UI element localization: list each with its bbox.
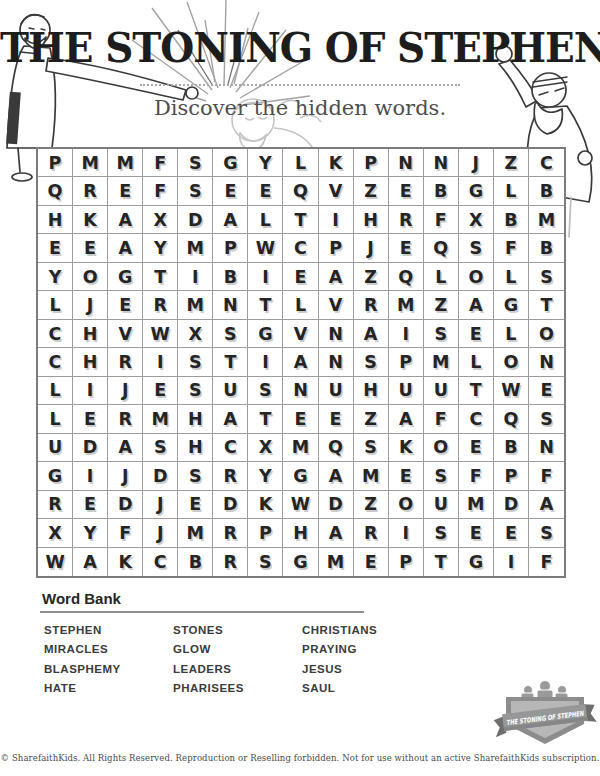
grid-cell-r6c14: G xyxy=(494,291,529,319)
grid-cell-r2c13: G xyxy=(459,177,494,205)
grid-cell-r15c15: F xyxy=(529,548,564,576)
grid-cell-r1c7: Y xyxy=(248,149,283,177)
grid-cell-r7c14: L xyxy=(494,320,529,348)
grid-cell-r10c4: M xyxy=(143,405,178,433)
grid-cell-r11c1: U xyxy=(38,434,73,462)
grid-cell-r12c8: G xyxy=(283,462,318,490)
subtitle: Discover the hidden words. xyxy=(0,96,600,120)
grid-cell-r11c4: S xyxy=(143,434,178,462)
grid-cell-r9c10: H xyxy=(354,377,389,405)
grid-cell-r7c5: X xyxy=(178,320,213,348)
grid-cell-r7c11: I xyxy=(389,320,424,348)
grid-cell-r14c8: H xyxy=(283,519,318,547)
grid-cell-r3c4: X xyxy=(143,206,178,234)
grid-cell-r6c15: T xyxy=(529,291,564,319)
grid-cell-r15c7: S xyxy=(248,548,283,576)
grid-cell-r10c5: H xyxy=(178,405,213,433)
grid-cell-r8c13: L xyxy=(459,348,494,376)
grid-cell-r4c15: B xyxy=(529,234,564,262)
grid-cell-r4c13: S xyxy=(459,234,494,262)
grid-cell-r5c8: E xyxy=(283,263,318,291)
grid-cell-r15c8: G xyxy=(283,548,318,576)
word-bank-column-2: STONESGLOWLEADERSPHARISEES xyxy=(173,621,302,699)
grid-cell-r7c6: S xyxy=(213,320,248,348)
grid-cell-r5c10: Z xyxy=(354,263,389,291)
grid-cell-r7c15: O xyxy=(529,320,564,348)
grid-cell-r9c11: U xyxy=(389,377,424,405)
grid-cell-r14c9: A xyxy=(319,519,354,547)
grid-cell-r3c8: T xyxy=(283,206,318,234)
copyright-footer: © SharefaithKids. All Rights Reserved. R… xyxy=(0,753,600,763)
grid-cell-r9c13: T xyxy=(459,377,494,405)
grid-cell-r4c7: W xyxy=(248,234,283,262)
grid-cell-r8c6: T xyxy=(213,348,248,376)
word-bank-word: SAUL xyxy=(302,679,377,698)
grid-cell-r11c15: N xyxy=(529,434,564,462)
grid-cell-r7c4: W xyxy=(143,320,178,348)
grid-cell-r6c3: E xyxy=(108,291,143,319)
dotted-divider xyxy=(140,84,460,86)
grid-cell-r12c14: P xyxy=(494,462,529,490)
grid-cell-r5c12: L xyxy=(424,263,459,291)
grid-cell-r14c3: F xyxy=(108,519,143,547)
grid-cell-r14c13: E xyxy=(459,519,494,547)
grid-cell-r2c14: L xyxy=(494,177,529,205)
grid-cell-r12c6: R xyxy=(213,462,248,490)
grid-cell-r3c6: A xyxy=(213,206,248,234)
word-bank-word: STONES xyxy=(173,621,302,640)
grid-cell-r5c4: T xyxy=(143,263,178,291)
grid-cell-r5c1: Y xyxy=(38,263,73,291)
grid-cell-r11c2: D xyxy=(73,434,108,462)
grid-cell-r8c10: S xyxy=(354,348,389,376)
grid-cell-r15c6: R xyxy=(213,548,248,576)
grid-cell-r10c11: A xyxy=(389,405,424,433)
grid-cell-r3c9: I xyxy=(319,206,354,234)
grid-cell-r14c1: X xyxy=(38,519,73,547)
word-bank-word: GLOW xyxy=(173,640,302,659)
grid-cell-r15c3: K xyxy=(108,548,143,576)
word-bank-word: HATE xyxy=(44,679,173,698)
grid-cell-r6c7: T xyxy=(248,291,283,319)
grid-cell-r14c11: I xyxy=(389,519,424,547)
grid-cell-r4c4: Y xyxy=(143,234,178,262)
grid-cell-r11c13: E xyxy=(459,434,494,462)
grid-cell-r10c2: E xyxy=(73,405,108,433)
grid-cell-r7c2: H xyxy=(73,320,108,348)
word-bank-divider xyxy=(40,611,364,613)
grid-cell-r7c3: V xyxy=(108,320,143,348)
grid-cell-r13c7: K xyxy=(248,491,283,519)
grid-cell-r3c11: R xyxy=(389,206,424,234)
grid-cell-r13c3: D xyxy=(108,491,143,519)
grid-cell-r7c1: C xyxy=(38,320,73,348)
grid-cell-r12c12: S xyxy=(424,462,459,490)
word-bank-word: PHARISEES xyxy=(173,679,302,698)
grid-cell-r4c10: J xyxy=(354,234,389,262)
grid-cell-r15c12: T xyxy=(424,548,459,576)
grid-cell-r8c12: M xyxy=(424,348,459,376)
grid-cell-r13c11: O xyxy=(389,491,424,519)
grid-cell-r9c4: E xyxy=(143,377,178,405)
grid-cell-r11c14: B xyxy=(494,434,529,462)
grid-cell-r11c12: O xyxy=(424,434,459,462)
grid-cell-r1c13: J xyxy=(459,149,494,177)
grid-cell-r8c2: H xyxy=(73,348,108,376)
grid-cell-r2c9: V xyxy=(319,177,354,205)
grid-cell-r1c15: C xyxy=(529,149,564,177)
grid-cell-r8c5: S xyxy=(178,348,213,376)
page-title: THE STONING OF STEPHEN xyxy=(0,23,600,72)
grid-cell-r9c8: N xyxy=(283,377,318,405)
grid-cell-r3c1: H xyxy=(38,206,73,234)
grid-cell-r8c7: I xyxy=(248,348,283,376)
sharefaith-kids-badge: THE STONING OF STEPHEN xyxy=(492,680,598,748)
grid-cell-r4c1: E xyxy=(38,234,73,262)
grid-cell-r1c9: K xyxy=(319,149,354,177)
grid-cell-r1c2: M xyxy=(73,149,108,177)
grid-cell-r13c12: U xyxy=(424,491,459,519)
grid-cell-r13c9: D xyxy=(319,491,354,519)
grid-cell-r1c5: S xyxy=(178,149,213,177)
grid-cell-r1c4: F xyxy=(143,149,178,177)
word-bank-word: STEPHEN xyxy=(44,621,173,640)
grid-cell-r5c13: O xyxy=(459,263,494,291)
grid-cell-r12c1: G xyxy=(38,462,73,490)
word-bank-word: LEADERS xyxy=(173,660,302,679)
grid-cell-r12c3: J xyxy=(108,462,143,490)
grid-cell-r6c2: J xyxy=(73,291,108,319)
grid-cell-r2c7: E xyxy=(248,177,283,205)
word-bank-word: JESUS xyxy=(302,660,377,679)
grid-cell-r14c2: Y xyxy=(73,519,108,547)
grid-cell-r4c8: C xyxy=(283,234,318,262)
grid-cell-r13c4: J xyxy=(143,491,178,519)
grid-cell-r12c4: D xyxy=(143,462,178,490)
grid-cell-r1c12: N xyxy=(424,149,459,177)
grid-cell-r12c11: E xyxy=(389,462,424,490)
grid-cell-r15c9: M xyxy=(319,548,354,576)
grid-cell-r12c10: M xyxy=(354,462,389,490)
grid-cell-r1c3: M xyxy=(108,149,143,177)
grid-cell-r15c13: G xyxy=(459,548,494,576)
word-bank-list: STEPHENMIRACLESBLASPHEMYHATE STONESGLOWL… xyxy=(44,621,464,699)
grid-cell-r5c2: O xyxy=(73,263,108,291)
grid-cell-r13c14: D xyxy=(494,491,529,519)
grid-cell-r13c1: R xyxy=(38,491,73,519)
grid-cell-r4c3: A xyxy=(108,234,143,262)
grid-cell-r12c5: S xyxy=(178,462,213,490)
grid-cell-r1c11: N xyxy=(389,149,424,177)
grid-cell-r8c8: A xyxy=(283,348,318,376)
grid-cell-r10c10: Z xyxy=(354,405,389,433)
grid-cell-r2c4: F xyxy=(143,177,178,205)
grid-cell-r1c14: Z xyxy=(494,149,529,177)
grid-cell-r10c15: S xyxy=(529,405,564,433)
grid-cell-r3c15: M xyxy=(529,206,564,234)
word-search-grid: PMMFSGYLKPNNJZCQREFSEEQVZEBGLBHKAXDALTIH… xyxy=(36,147,566,578)
grid-cell-r5c3: G xyxy=(108,263,143,291)
grid-cell-r13c6: D xyxy=(213,491,248,519)
grid-cell-r6c12: Z xyxy=(424,291,459,319)
grid-cell-r5c5: I xyxy=(178,263,213,291)
grid-cell-r8c14: O xyxy=(494,348,529,376)
grid-cell-r11c10: S xyxy=(354,434,389,462)
grid-cell-r5c7: I xyxy=(248,263,283,291)
grid-cell-r4c14: F xyxy=(494,234,529,262)
grid-cell-r14c6: R xyxy=(213,519,248,547)
grid-cell-r5c14: L xyxy=(494,263,529,291)
grid-cell-r2c11: E xyxy=(389,177,424,205)
grid-cell-r8c15: N xyxy=(529,348,564,376)
grid-cell-r11c5: H xyxy=(178,434,213,462)
grid-cell-r10c7: T xyxy=(248,405,283,433)
grid-cell-r14c15: S xyxy=(529,519,564,547)
grid-cell-r5c9: A xyxy=(319,263,354,291)
grid-cell-r6c9: V xyxy=(319,291,354,319)
grid-cell-r11c8: M xyxy=(283,434,318,462)
grid-cell-r13c2: E xyxy=(73,491,108,519)
grid-cell-r12c7: Y xyxy=(248,462,283,490)
grid-cell-r6c6: N xyxy=(213,291,248,319)
grid-cell-r10c3: R xyxy=(108,405,143,433)
grid-cell-r2c15: B xyxy=(529,177,564,205)
grid-cell-r14c10: R xyxy=(354,519,389,547)
grid-cell-r6c11: M xyxy=(389,291,424,319)
grid-cell-r15c1: W xyxy=(38,548,73,576)
grid-cell-r4c9: P xyxy=(319,234,354,262)
grid-cell-r4c12: Q xyxy=(424,234,459,262)
grid-cell-r10c13: C xyxy=(459,405,494,433)
grid-cell-r1c8: L xyxy=(283,149,318,177)
grid-cell-r15c2: A xyxy=(73,548,108,576)
grid-cell-r9c9: U xyxy=(319,377,354,405)
grid-cell-r15c5: B xyxy=(178,548,213,576)
grid-cell-r3c13: X xyxy=(459,206,494,234)
grid-cell-r9c6: U xyxy=(213,377,248,405)
grid-cell-r14c5: M xyxy=(178,519,213,547)
grid-cell-r9c5: S xyxy=(178,377,213,405)
grid-cell-r9c15: E xyxy=(529,377,564,405)
grid-cell-r2c8: Q xyxy=(283,177,318,205)
grid-cell-r11c7: X xyxy=(248,434,283,462)
word-bank-column-3: CHRISTIANSPRAYINGJESUSSAUL xyxy=(302,621,377,699)
grid-cell-r10c6: A xyxy=(213,405,248,433)
grid-cell-r11c9: Q xyxy=(319,434,354,462)
grid-cell-r9c7: S xyxy=(248,377,283,405)
grid-cell-r13c13: M xyxy=(459,491,494,519)
grid-cell-r3c12: F xyxy=(424,206,459,234)
grid-cell-r7c13: E xyxy=(459,320,494,348)
grid-cell-r9c2: I xyxy=(73,377,108,405)
grid-cell-r14c7: P xyxy=(248,519,283,547)
grid-cell-r10c14: Q xyxy=(494,405,529,433)
grid-cell-r4c6: P xyxy=(213,234,248,262)
grid-cell-r4c2: E xyxy=(73,234,108,262)
grid-cell-r10c9: E xyxy=(319,405,354,433)
grid-cell-r6c4: R xyxy=(143,291,178,319)
grid-cell-r10c12: F xyxy=(424,405,459,433)
grid-cell-r4c11: E xyxy=(389,234,424,262)
grid-cell-r8c3: R xyxy=(108,348,143,376)
grid-cell-r3c10: H xyxy=(354,206,389,234)
word-bank-column-1: STEPHENMIRACLESBLASPHEMYHATE xyxy=(44,621,173,699)
grid-cell-r12c9: A xyxy=(319,462,354,490)
grid-cell-r13c10: Z xyxy=(354,491,389,519)
grid-cell-r7c7: G xyxy=(248,320,283,348)
grid-cell-r6c13: A xyxy=(459,291,494,319)
grid-cell-r1c10: P xyxy=(354,149,389,177)
grid-cell-r3c5: D xyxy=(178,206,213,234)
grid-cell-r6c8: L xyxy=(283,291,318,319)
grid-cell-r1c6: G xyxy=(213,149,248,177)
grid-cell-r7c12: S xyxy=(424,320,459,348)
grid-cell-r2c1: Q xyxy=(38,177,73,205)
grid-cell-r6c1: L xyxy=(38,291,73,319)
grid-cell-r2c12: B xyxy=(424,177,459,205)
grid-cell-r13c15: A xyxy=(529,491,564,519)
grid-cell-r5c6: B xyxy=(213,263,248,291)
grid-cell-r11c6: C xyxy=(213,434,248,462)
grid-cell-r2c5: S xyxy=(178,177,213,205)
word-bank-heading: Word Bank xyxy=(42,590,121,607)
grid-cell-r5c11: Q xyxy=(389,263,424,291)
grid-cell-r8c9: N xyxy=(319,348,354,376)
word-bank-word: MIRACLES xyxy=(44,640,173,659)
grid-cell-r3c3: A xyxy=(108,206,143,234)
grid-cell-r3c7: L xyxy=(248,206,283,234)
grid-cell-r1c1: P xyxy=(38,149,73,177)
grid-cell-r9c1: L xyxy=(38,377,73,405)
grid-cell-r15c14: I xyxy=(494,548,529,576)
grid-cell-r4c5: M xyxy=(178,234,213,262)
grid-cell-r9c3: J xyxy=(108,377,143,405)
grid-cell-r9c14: W xyxy=(494,377,529,405)
grid-cell-r14c4: J xyxy=(143,519,178,547)
grid-cell-r2c3: E xyxy=(108,177,143,205)
word-bank-word: PRAYING xyxy=(302,640,377,659)
word-bank-word: CHRISTIANS xyxy=(302,621,377,640)
grid-cell-r12c2: I xyxy=(73,462,108,490)
grid-cell-r10c8: E xyxy=(283,405,318,433)
grid-cell-r2c6: E xyxy=(213,177,248,205)
grid-cell-r15c10: E xyxy=(354,548,389,576)
grid-cell-r3c14: B xyxy=(494,206,529,234)
grid-cell-r5c15: S xyxy=(529,263,564,291)
grid-cell-r8c11: P xyxy=(389,348,424,376)
grid-cell-r9c12: U xyxy=(424,377,459,405)
grid-cell-r8c4: I xyxy=(143,348,178,376)
grid-cell-r6c5: M xyxy=(178,291,213,319)
word-bank-word: BLASPHEMY xyxy=(44,660,173,679)
grid-cell-r2c2: R xyxy=(73,177,108,205)
grid-cell-r6c10: R xyxy=(354,291,389,319)
grid-cell-r8c1: C xyxy=(38,348,73,376)
grid-cell-r15c4: C xyxy=(143,548,178,576)
grid-cell-r7c9: N xyxy=(319,320,354,348)
grid-cell-r3c2: K xyxy=(73,206,108,234)
worksheet-page: THE STONING OF STEPHEN Discover the hidd… xyxy=(0,0,600,776)
grid-cell-r11c3: A xyxy=(108,434,143,462)
grid-cell-r7c10: A xyxy=(354,320,389,348)
grid-cell-r14c14: E xyxy=(494,519,529,547)
grid-cell-r11c11: K xyxy=(389,434,424,462)
grid-cell-r13c5: E xyxy=(178,491,213,519)
grid-cell-r12c13: F xyxy=(459,462,494,490)
grid-cell-r7c8: V xyxy=(283,320,318,348)
grid-cell-r10c1: L xyxy=(38,405,73,433)
grid-cell-r13c8: W xyxy=(283,491,318,519)
grid-cell-r12c15: F xyxy=(529,462,564,490)
grid-cell-r2c10: Z xyxy=(354,177,389,205)
grid-cell-r14c12: S xyxy=(424,519,459,547)
grid-cell-r15c11: P xyxy=(389,548,424,576)
